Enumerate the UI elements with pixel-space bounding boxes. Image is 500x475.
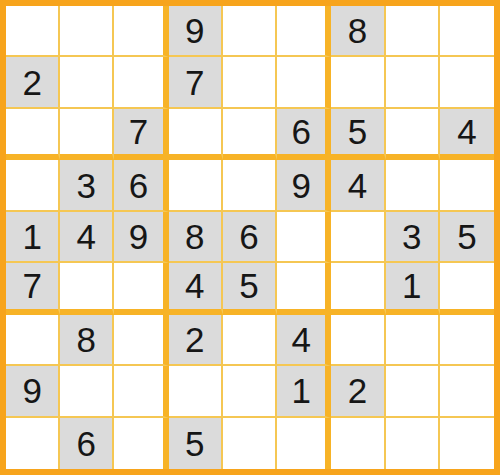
- cell-r1c9-empty[interactable]: [440, 6, 494, 57]
- cell-r5c4-given: 8: [169, 212, 223, 263]
- cell-r8c6-given: 1: [277, 366, 331, 417]
- cell-r4c3-given: 6: [114, 160, 168, 211]
- cell-r6c1-given: 7: [6, 263, 60, 314]
- cell-r8c3-empty[interactable]: [114, 366, 168, 417]
- cell-r6c9-empty[interactable]: [440, 263, 494, 314]
- cell-r6c4-given: 4: [169, 263, 223, 314]
- cell-r3c1-empty[interactable]: [6, 109, 60, 160]
- cell-r1c8-empty[interactable]: [386, 6, 440, 57]
- cell-r3c5-empty[interactable]: [223, 109, 277, 160]
- cell-r4c9-empty[interactable]: [440, 160, 494, 211]
- cell-r6c7-empty[interactable]: [331, 263, 385, 314]
- cell-r7c9-empty[interactable]: [440, 315, 494, 366]
- cell-r2c4-given: 7: [169, 57, 223, 108]
- cell-r2c3-empty[interactable]: [114, 57, 168, 108]
- cell-r9c5-empty[interactable]: [223, 418, 277, 469]
- cell-r9c9-empty[interactable]: [440, 418, 494, 469]
- cell-r6c3-empty[interactable]: [114, 263, 168, 314]
- cell-r3c2-empty[interactable]: [60, 109, 114, 160]
- cell-r1c4-given: 9: [169, 6, 223, 57]
- cell-r9c3-empty[interactable]: [114, 418, 168, 469]
- cell-r7c6-given: 4: [277, 315, 331, 366]
- cell-r4c8-empty[interactable]: [386, 160, 440, 211]
- cell-r2c1-given: 2: [6, 57, 60, 108]
- cell-r5c5-given: 6: [223, 212, 277, 263]
- cell-r1c1-empty[interactable]: [6, 6, 60, 57]
- cell-r4c1-empty[interactable]: [6, 160, 60, 211]
- cell-r3c6-given: 6: [277, 109, 331, 160]
- cell-r7c4-given: 2: [169, 315, 223, 366]
- cell-r9c6-empty[interactable]: [277, 418, 331, 469]
- cell-r6c5-given: 5: [223, 263, 277, 314]
- cell-r8c8-empty[interactable]: [386, 366, 440, 417]
- cell-r6c6-empty[interactable]: [277, 263, 331, 314]
- cell-r3c8-empty[interactable]: [386, 109, 440, 160]
- cell-r7c1-empty[interactable]: [6, 315, 60, 366]
- cell-r2c2-empty[interactable]: [60, 57, 114, 108]
- cell-r5c7-empty[interactable]: [331, 212, 385, 263]
- cell-r1c3-empty[interactable]: [114, 6, 168, 57]
- sudoku-board: 9827765436941498635745182491265: [0, 0, 500, 475]
- cell-r5c8-given: 3: [386, 212, 440, 263]
- cell-r4c5-empty[interactable]: [223, 160, 277, 211]
- cell-r5c3-given: 9: [114, 212, 168, 263]
- cell-r4c2-given: 3: [60, 160, 114, 211]
- cell-r7c5-empty[interactable]: [223, 315, 277, 366]
- cell-r9c1-empty[interactable]: [6, 418, 60, 469]
- cell-r3c3-given: 7: [114, 109, 168, 160]
- cell-r3c9-given: 4: [440, 109, 494, 160]
- cell-r7c7-empty[interactable]: [331, 315, 385, 366]
- cell-r4c7-given: 4: [331, 160, 385, 211]
- cell-r6c2-empty[interactable]: [60, 263, 114, 314]
- cell-r3c7-given: 5: [331, 109, 385, 160]
- cell-r5c2-given: 4: [60, 212, 114, 263]
- cell-r8c9-empty[interactable]: [440, 366, 494, 417]
- cell-r4c6-given: 9: [277, 160, 331, 211]
- cell-r8c1-given: 9: [6, 366, 60, 417]
- cell-r8c4-empty[interactable]: [169, 366, 223, 417]
- cell-r2c7-empty[interactable]: [331, 57, 385, 108]
- cell-r1c2-empty[interactable]: [60, 6, 114, 57]
- cell-r2c9-empty[interactable]: [440, 57, 494, 108]
- cell-r1c6-empty[interactable]: [277, 6, 331, 57]
- cell-r9c2-given: 6: [60, 418, 114, 469]
- cell-r8c7-given: 2: [331, 366, 385, 417]
- cell-r2c5-empty[interactable]: [223, 57, 277, 108]
- cell-r7c2-given: 8: [60, 315, 114, 366]
- cell-r5c1-given: 1: [6, 212, 60, 263]
- cell-r8c2-empty[interactable]: [60, 366, 114, 417]
- cell-r1c7-given: 8: [331, 6, 385, 57]
- cell-r7c3-empty[interactable]: [114, 315, 168, 366]
- cell-r2c6-empty[interactable]: [277, 57, 331, 108]
- cell-r9c7-empty[interactable]: [331, 418, 385, 469]
- cell-r5c9-given: 5: [440, 212, 494, 263]
- cell-r7c8-empty[interactable]: [386, 315, 440, 366]
- cell-r2c8-empty[interactable]: [386, 57, 440, 108]
- cell-r6c8-given: 1: [386, 263, 440, 314]
- cell-r5c6-empty[interactable]: [277, 212, 331, 263]
- cell-r3c4-empty[interactable]: [169, 109, 223, 160]
- cell-r8c5-empty[interactable]: [223, 366, 277, 417]
- cell-r9c4-given: 5: [169, 418, 223, 469]
- cell-r9c8-empty[interactable]: [386, 418, 440, 469]
- cell-r1c5-empty[interactable]: [223, 6, 277, 57]
- cell-r4c4-empty[interactable]: [169, 160, 223, 211]
